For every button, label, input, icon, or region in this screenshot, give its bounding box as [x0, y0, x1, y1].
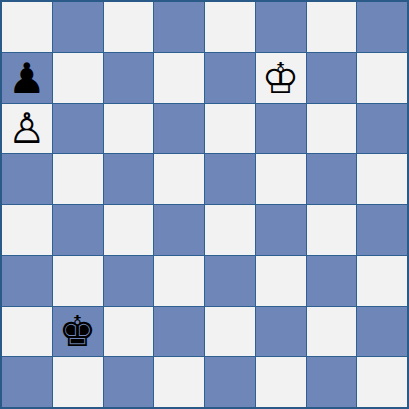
square-h6[interactable]: [357, 104, 407, 154]
square-c4[interactable]: [104, 205, 154, 255]
square-g8[interactable]: [307, 2, 357, 52]
square-d8[interactable]: [154, 2, 204, 52]
square-e8[interactable]: [205, 2, 255, 52]
square-a2[interactable]: [2, 307, 52, 357]
square-h1[interactable]: [357, 357, 407, 407]
square-b1[interactable]: [53, 357, 103, 407]
square-c8[interactable]: [104, 2, 154, 52]
square-f7[interactable]: ♔: [256, 53, 306, 103]
square-f4[interactable]: [256, 205, 306, 255]
square-d1[interactable]: [154, 357, 204, 407]
square-g5[interactable]: [307, 154, 357, 204]
square-c1[interactable]: [104, 357, 154, 407]
square-g2[interactable]: [307, 307, 357, 357]
square-b7[interactable]: [53, 53, 103, 103]
square-g7[interactable]: [307, 53, 357, 103]
black-pawn[interactable]: ♟: [8, 58, 46, 100]
square-d4[interactable]: [154, 205, 204, 255]
square-a5[interactable]: [2, 154, 52, 204]
square-b3[interactable]: [53, 256, 103, 306]
square-c6[interactable]: [104, 104, 154, 154]
white-pawn[interactable]: ♙: [8, 108, 46, 150]
square-h7[interactable]: [357, 53, 407, 103]
square-e5[interactable]: [205, 154, 255, 204]
square-b5[interactable]: [53, 154, 103, 204]
square-h2[interactable]: [357, 307, 407, 357]
square-d6[interactable]: [154, 104, 204, 154]
square-b2[interactable]: ♚: [53, 307, 103, 357]
square-f5[interactable]: [256, 154, 306, 204]
chess-board: ♟♔♙♚: [0, 0, 409, 409]
white-king[interactable]: ♔: [262, 58, 300, 100]
square-d5[interactable]: [154, 154, 204, 204]
square-f2[interactable]: [256, 307, 306, 357]
square-g4[interactable]: [307, 205, 357, 255]
square-h8[interactable]: [357, 2, 407, 52]
square-c3[interactable]: [104, 256, 154, 306]
square-a8[interactable]: [2, 2, 52, 52]
square-c2[interactable]: [104, 307, 154, 357]
square-e6[interactable]: [205, 104, 255, 154]
square-a1[interactable]: [2, 357, 52, 407]
square-a3[interactable]: [2, 256, 52, 306]
square-d2[interactable]: [154, 307, 204, 357]
square-a7[interactable]: ♟: [2, 53, 52, 103]
square-c7[interactable]: [104, 53, 154, 103]
square-d7[interactable]: [154, 53, 204, 103]
square-f6[interactable]: [256, 104, 306, 154]
square-g1[interactable]: [307, 357, 357, 407]
square-c5[interactable]: [104, 154, 154, 204]
square-e4[interactable]: [205, 205, 255, 255]
square-h3[interactable]: [357, 256, 407, 306]
square-a4[interactable]: [2, 205, 52, 255]
square-g6[interactable]: [307, 104, 357, 154]
square-d3[interactable]: [154, 256, 204, 306]
square-e3[interactable]: [205, 256, 255, 306]
square-h4[interactable]: [357, 205, 407, 255]
square-f1[interactable]: [256, 357, 306, 407]
square-b8[interactable]: [53, 2, 103, 52]
square-f3[interactable]: [256, 256, 306, 306]
square-h5[interactable]: [357, 154, 407, 204]
square-b4[interactable]: [53, 205, 103, 255]
black-king[interactable]: ♚: [59, 311, 97, 353]
square-e2[interactable]: [205, 307, 255, 357]
square-e7[interactable]: [205, 53, 255, 103]
square-b6[interactable]: [53, 104, 103, 154]
square-a6[interactable]: ♙: [2, 104, 52, 154]
square-g3[interactable]: [307, 256, 357, 306]
square-f8[interactable]: [256, 2, 306, 52]
square-e1[interactable]: [205, 357, 255, 407]
